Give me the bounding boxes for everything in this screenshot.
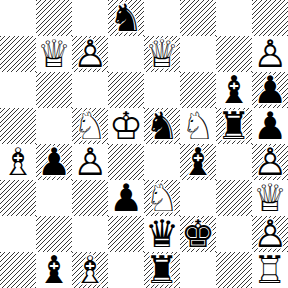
square-b1[interactable]: ♝♝ <box>36 252 72 288</box>
square-d6[interactable] <box>108 72 144 108</box>
piece-black-pawn[interactable]: ♟ <box>252 72 288 108</box>
square-a2[interactable] <box>0 216 36 252</box>
square-b5[interactable] <box>36 108 72 144</box>
piece-white-pawn[interactable]: ♙ <box>72 144 108 180</box>
piece-white-king[interactable]: ♔ <box>108 108 144 144</box>
square-g4[interactable] <box>216 144 252 180</box>
square-e3[interactable]: ♞♘ <box>144 180 180 216</box>
square-h1[interactable]: ♜♖ <box>252 252 288 288</box>
square-h4[interactable]: ♟♙ <box>252 144 288 180</box>
square-c7[interactable]: ♟♙ <box>72 36 108 72</box>
square-d3[interactable]: ♟♟ <box>108 180 144 216</box>
square-g5[interactable]: ♜♜ <box>216 108 252 144</box>
square-f1[interactable] <box>180 252 216 288</box>
square-b3[interactable] <box>36 180 72 216</box>
square-f5[interactable]: ♞♘ <box>180 108 216 144</box>
piece-black-bishop[interactable]: ♝ <box>180 144 216 180</box>
piece-black-pawn[interactable]: ♟ <box>108 180 144 216</box>
piece-white-queen[interactable]: ♕ <box>36 36 72 72</box>
square-d7[interactable] <box>108 36 144 72</box>
piece-white-pawn[interactable]: ♙ <box>252 144 288 180</box>
square-c1[interactable]: ♝♗ <box>72 252 108 288</box>
piece-white-pawn[interactable]: ♙ <box>72 36 108 72</box>
square-f3[interactable] <box>180 180 216 216</box>
square-b2[interactable] <box>36 216 72 252</box>
piece-black-pawn[interactable]: ♟ <box>36 144 72 180</box>
square-c2[interactable] <box>72 216 108 252</box>
square-e8[interactable] <box>144 0 180 36</box>
square-c5[interactable]: ♞♘ <box>72 108 108 144</box>
square-h3[interactable]: ♛♕ <box>252 180 288 216</box>
piece-black-king[interactable]: ♚ <box>180 216 216 252</box>
square-d5[interactable]: ♚♔ <box>108 108 144 144</box>
square-h5[interactable]: ♟♟ <box>252 108 288 144</box>
square-h6[interactable]: ♟♟ <box>252 72 288 108</box>
square-a5[interactable] <box>0 108 36 144</box>
piece-black-bishop[interactable]: ♝ <box>36 252 72 288</box>
piece-white-knight[interactable]: ♘ <box>72 108 108 144</box>
square-e5[interactable]: ♞♞ <box>144 108 180 144</box>
square-h7[interactable]: ♟♙ <box>252 36 288 72</box>
piece-black-bishop[interactable]: ♝ <box>216 72 252 108</box>
square-f8[interactable] <box>180 0 216 36</box>
piece-white-pawn[interactable]: ♙ <box>252 36 288 72</box>
square-d2[interactable] <box>108 216 144 252</box>
square-e2[interactable]: ♛♛ <box>144 216 180 252</box>
piece-black-queen[interactable]: ♛ <box>144 216 180 252</box>
square-g6[interactable]: ♝♝ <box>216 72 252 108</box>
square-b8[interactable] <box>36 0 72 36</box>
square-e1[interactable]: ♜♜ <box>144 252 180 288</box>
piece-white-pawn[interactable]: ♙ <box>252 216 288 252</box>
square-d8[interactable]: ♞♞ <box>108 0 144 36</box>
square-a7[interactable] <box>0 36 36 72</box>
piece-black-pawn[interactable]: ♟ <box>252 108 288 144</box>
square-h2[interactable]: ♟♙ <box>252 216 288 252</box>
square-g2[interactable] <box>216 216 252 252</box>
square-c4[interactable]: ♟♙ <box>72 144 108 180</box>
square-g7[interactable] <box>216 36 252 72</box>
square-f2[interactable]: ♚♚ <box>180 216 216 252</box>
square-e4[interactable] <box>144 144 180 180</box>
square-e7[interactable]: ♛♕ <box>144 36 180 72</box>
square-g8[interactable] <box>216 0 252 36</box>
piece-white-bishop[interactable]: ♗ <box>0 144 36 180</box>
piece-black-knight[interactable]: ♞ <box>144 108 180 144</box>
piece-black-knight[interactable]: ♞ <box>108 0 144 36</box>
square-a8[interactable] <box>0 0 36 36</box>
square-f7[interactable] <box>180 36 216 72</box>
piece-white-knight[interactable]: ♘ <box>144 180 180 216</box>
square-b4[interactable]: ♟♟ <box>36 144 72 180</box>
square-c3[interactable] <box>72 180 108 216</box>
chess-board: ♞♞♛♕♟♙♛♕♟♙♝♝♟♟♞♘♚♔♞♞♞♘♜♜♟♟♝♗♟♟♟♙♝♝♟♙♟♟♞♘… <box>0 0 288 288</box>
square-h8[interactable] <box>252 0 288 36</box>
piece-white-bishop[interactable]: ♗ <box>72 252 108 288</box>
square-a4[interactable]: ♝♗ <box>0 144 36 180</box>
square-g3[interactable] <box>216 180 252 216</box>
square-a1[interactable] <box>0 252 36 288</box>
square-f4[interactable]: ♝♝ <box>180 144 216 180</box>
square-d1[interactable] <box>108 252 144 288</box>
square-b7[interactable]: ♛♕ <box>36 36 72 72</box>
piece-white-rook[interactable]: ♖ <box>252 252 288 288</box>
square-b6[interactable] <box>36 72 72 108</box>
piece-white-queen[interactable]: ♕ <box>252 180 288 216</box>
square-a3[interactable] <box>0 180 36 216</box>
square-c6[interactable] <box>72 72 108 108</box>
square-a6[interactable] <box>0 72 36 108</box>
piece-white-knight[interactable]: ♘ <box>180 108 216 144</box>
piece-black-rook[interactable]: ♜ <box>144 252 180 288</box>
piece-white-queen[interactable]: ♕ <box>144 36 180 72</box>
square-c8[interactable] <box>72 0 108 36</box>
piece-black-rook[interactable]: ♜ <box>216 108 252 144</box>
square-g1[interactable] <box>216 252 252 288</box>
square-f6[interactable] <box>180 72 216 108</box>
square-e6[interactable] <box>144 72 180 108</box>
square-d4[interactable] <box>108 144 144 180</box>
